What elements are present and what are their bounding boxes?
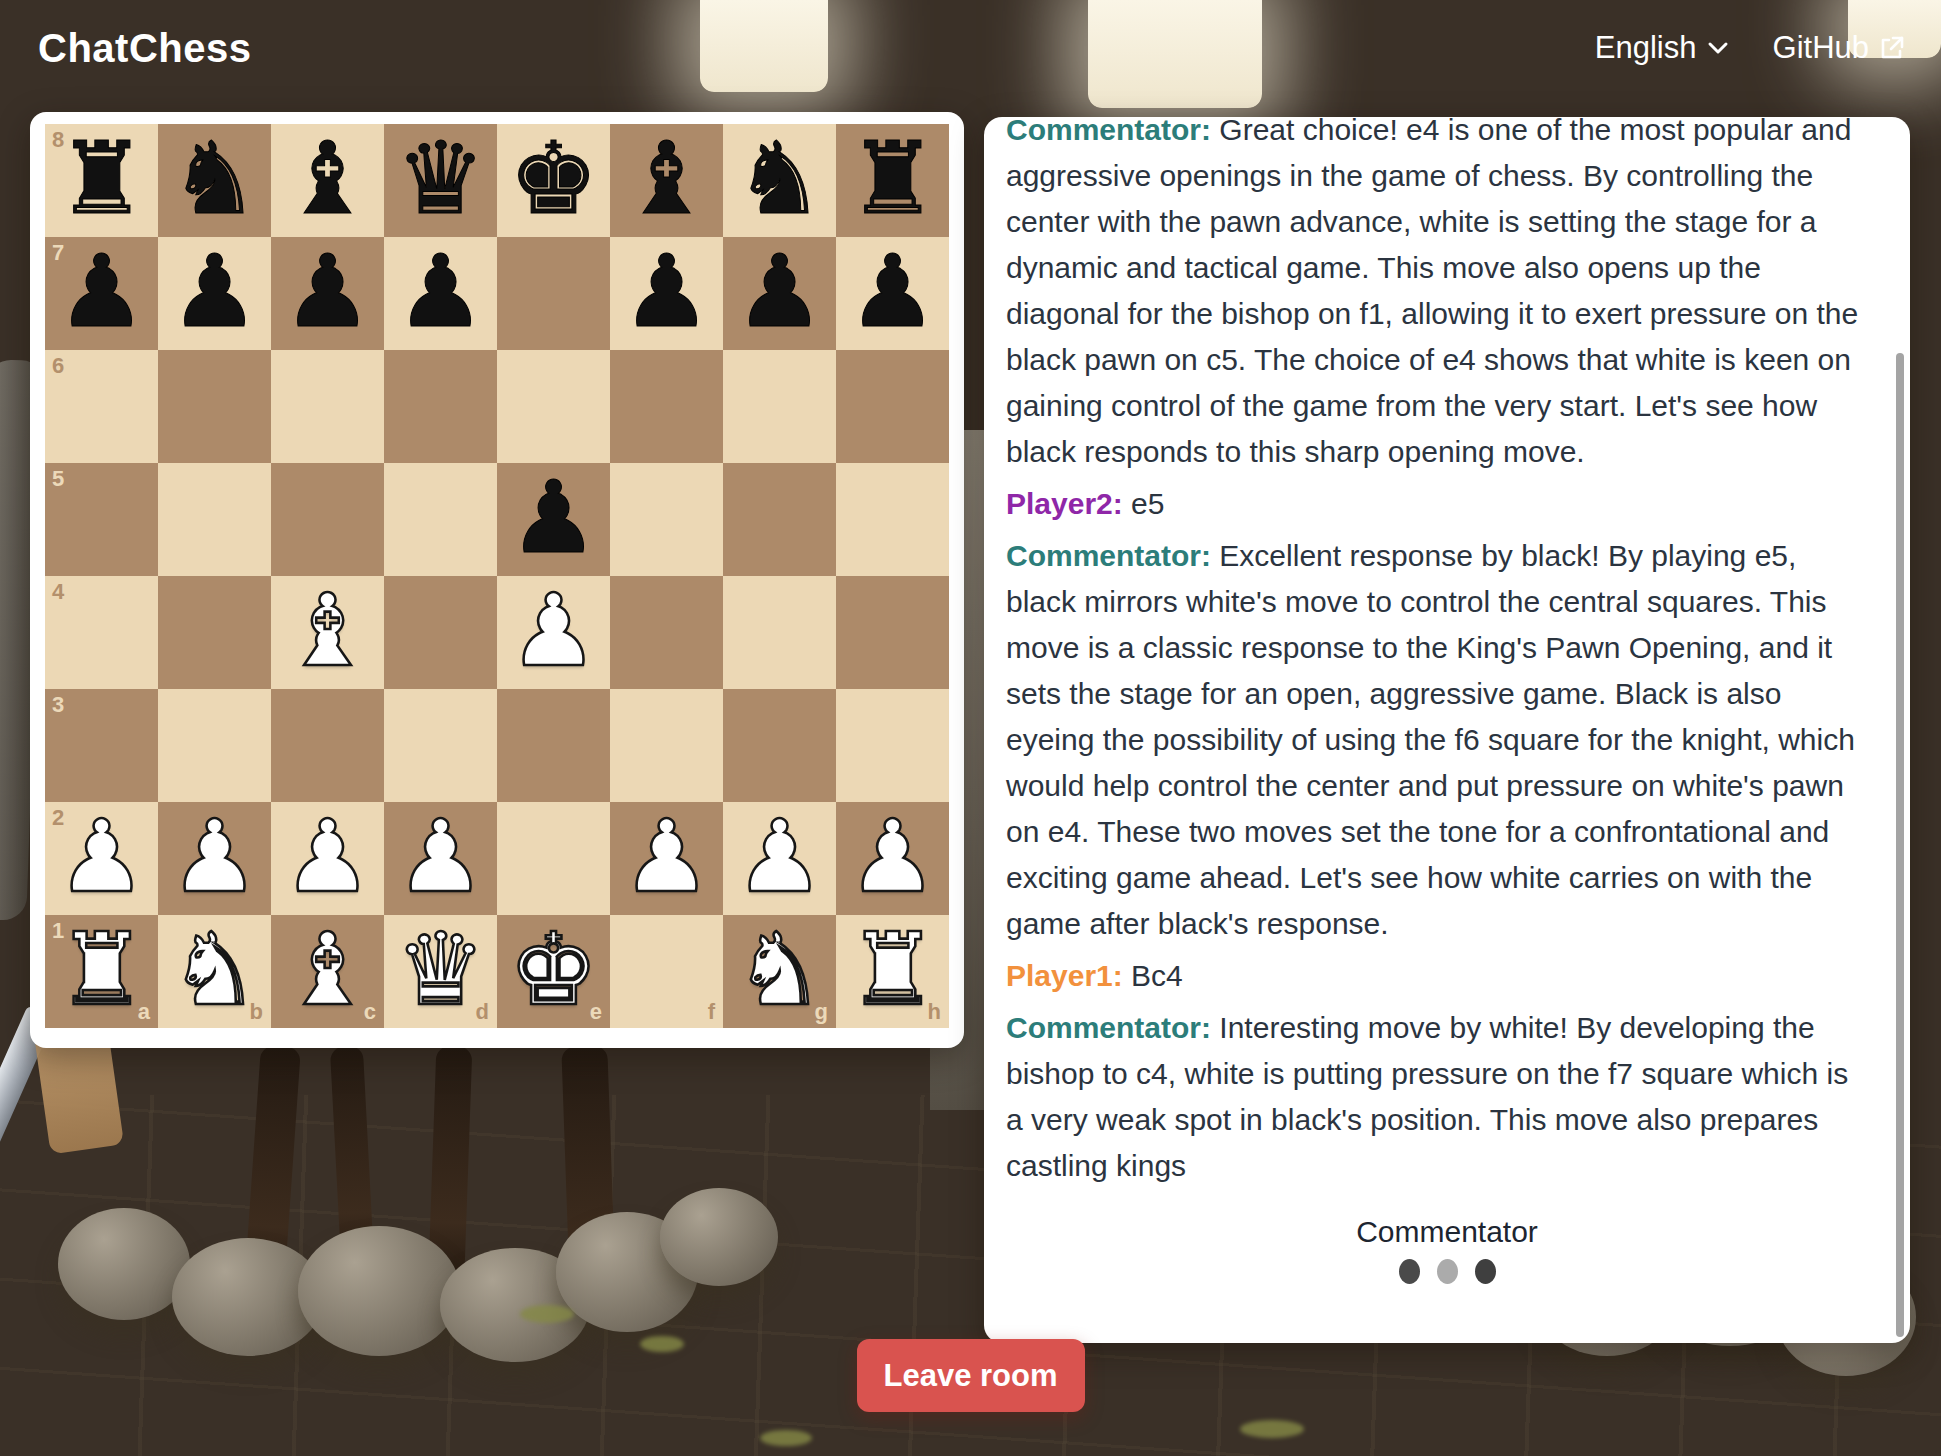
square-g6[interactable] — [723, 350, 836, 463]
square-d6[interactable] — [384, 350, 497, 463]
square-b7[interactable]: ♟ — [158, 237, 271, 350]
square-h3[interactable] — [836, 689, 949, 802]
square-c1[interactable]: c♝ — [271, 915, 384, 1028]
rock — [58, 1208, 190, 1320]
page: ChatChess English GitHub 8♜♞♝♛♚♝♞♜7♟♟♟♟♟… — [0, 0, 1941, 1456]
square-d1[interactable]: d♛ — [384, 915, 497, 1028]
white-pawn: ♟ — [836, 802, 949, 915]
square-a7[interactable]: 7♟ — [45, 237, 158, 350]
black-bishop: ♝ — [271, 124, 384, 237]
square-h5[interactable] — [836, 463, 949, 576]
chevron-down-icon — [1707, 41, 1729, 55]
white-pawn: ♟ — [723, 802, 836, 915]
square-c5[interactable] — [271, 463, 384, 576]
square-f2[interactable]: ♟ — [610, 802, 723, 915]
chat-scrollbar-thumb[interactable] — [1896, 353, 1904, 1337]
black-pawn: ♟ — [497, 463, 610, 576]
chat-sender-label: Commentator: — [1006, 539, 1211, 572]
black-king: ♚ — [497, 124, 610, 237]
square-b4[interactable] — [158, 576, 271, 689]
github-link[interactable]: GitHub — [1773, 30, 1905, 66]
chat-panel: Commentator: Great choice! e4 is one of … — [984, 117, 1910, 1343]
square-h6[interactable] — [836, 350, 949, 463]
square-d4[interactable] — [384, 576, 497, 689]
square-e8[interactable]: ♚ — [497, 124, 610, 237]
square-b6[interactable] — [158, 350, 271, 463]
square-h1[interactable]: h♜ — [836, 915, 949, 1028]
square-c2[interactable]: ♟ — [271, 802, 384, 915]
square-a3[interactable]: 3 — [45, 689, 158, 802]
file-label: e — [590, 1001, 602, 1023]
rank-label: 1 — [52, 920, 64, 942]
square-c4[interactable]: ♝ — [271, 576, 384, 689]
file-label: a — [138, 1001, 150, 1023]
file-label: h — [928, 1001, 941, 1023]
square-g8[interactable]: ♞ — [723, 124, 836, 237]
file-label: d — [476, 1001, 489, 1023]
black-pawn: ♟ — [610, 237, 723, 350]
file-label: f — [708, 1001, 715, 1023]
chess-board: 8♜♞♝♛♚♝♞♜7♟♟♟♟♟♟♟65♟4♝♟32♟♟♟♟♟♟♟1a♜b♞c♝d… — [45, 124, 949, 1028]
black-queen: ♛ — [384, 124, 497, 237]
square-g3[interactable] — [723, 689, 836, 802]
white-bishop: ♝ — [271, 576, 384, 689]
square-b2[interactable]: ♟ — [158, 802, 271, 915]
square-e5[interactable]: ♟ — [497, 463, 610, 576]
square-e4[interactable]: ♟ — [497, 576, 610, 689]
black-pawn: ♟ — [271, 237, 384, 350]
github-label: GitHub — [1773, 30, 1869, 66]
square-b1[interactable]: b♞ — [158, 915, 271, 1028]
leave-room-button[interactable]: Leave room — [857, 1339, 1085, 1412]
square-f8[interactable]: ♝ — [610, 124, 723, 237]
moss-patch — [520, 1305, 574, 1323]
rank-label: 3 — [52, 694, 64, 716]
square-f4[interactable] — [610, 576, 723, 689]
square-b3[interactable] — [158, 689, 271, 802]
square-c7[interactable]: ♟ — [271, 237, 384, 350]
chat-message: Commentator: Great choice! e4 is one of … — [1006, 117, 1866, 475]
header-links: English GitHub — [1595, 30, 1905, 66]
square-g5[interactable] — [723, 463, 836, 576]
chat-message: Player1: Bc4 — [1006, 953, 1866, 999]
language-selector[interactable]: English — [1595, 30, 1729, 66]
board-card: 8♜♞♝♛♚♝♞♜7♟♟♟♟♟♟♟65♟4♝♟32♟♟♟♟♟♟♟1a♜b♞c♝d… — [30, 112, 964, 1048]
rank-label: 5 — [52, 468, 64, 490]
file-label: c — [364, 1001, 376, 1023]
black-knight: ♞ — [723, 124, 836, 237]
rank-label: 8 — [52, 129, 64, 151]
square-g7[interactable]: ♟ — [723, 237, 836, 350]
black-pawn: ♟ — [836, 237, 949, 350]
white-pawn: ♟ — [497, 576, 610, 689]
square-c8[interactable]: ♝ — [271, 124, 384, 237]
moss-patch — [760, 1430, 812, 1446]
square-g2[interactable]: ♟ — [723, 802, 836, 915]
square-b8[interactable]: ♞ — [158, 124, 271, 237]
typing-dots — [984, 1259, 1910, 1284]
rock — [298, 1226, 460, 1356]
square-g4[interactable] — [723, 576, 836, 689]
square-e2[interactable] — [497, 802, 610, 915]
file-label: g — [815, 1001, 828, 1023]
chat-message: Commentator: Interesting move by white! … — [1006, 1005, 1866, 1189]
external-link-icon — [1879, 35, 1905, 61]
rank-label: 6 — [52, 355, 64, 377]
square-e6[interactable] — [497, 350, 610, 463]
square-d8[interactable]: ♛ — [384, 124, 497, 237]
square-h2[interactable]: ♟ — [836, 802, 949, 915]
app-title: ChatChess — [38, 26, 251, 71]
black-pawn: ♟ — [384, 237, 497, 350]
square-d2[interactable]: ♟ — [384, 802, 497, 915]
typing-dot — [1475, 1259, 1496, 1284]
file-label: b — [250, 1001, 263, 1023]
moss-patch — [1240, 1420, 1304, 1438]
header: ChatChess English GitHub — [0, 0, 1941, 86]
square-f5[interactable] — [610, 463, 723, 576]
square-g1[interactable]: g♞ — [723, 915, 836, 1028]
typing-dot — [1437, 1259, 1458, 1284]
square-d7[interactable]: ♟ — [384, 237, 497, 350]
rock — [660, 1188, 778, 1286]
rank-label: 7 — [52, 242, 64, 264]
language-label: English — [1595, 30, 1697, 66]
square-f1[interactable]: f — [610, 915, 723, 1028]
chat-message: Player2: e5 — [1006, 481, 1866, 527]
square-f3[interactable] — [610, 689, 723, 802]
square-f7[interactable]: ♟ — [610, 237, 723, 350]
white-pawn: ♟ — [158, 802, 271, 915]
white-pawn: ♟ — [271, 802, 384, 915]
black-pawn: ♟ — [723, 237, 836, 350]
typing-indicator: Commentator — [984, 1215, 1910, 1284]
chat-messages: Commentator: Great choice! e4 is one of … — [984, 117, 1910, 1189]
black-knight: ♞ — [158, 124, 271, 237]
square-a2[interactable]: 2♟ — [45, 802, 158, 915]
black-bishop: ♝ — [610, 124, 723, 237]
chat-message: Commentator: Excellent response by black… — [1006, 533, 1866, 947]
square-c6[interactable] — [271, 350, 384, 463]
chat-sender-label: Commentator: — [1006, 117, 1211, 146]
square-d3[interactable] — [384, 689, 497, 802]
white-pawn: ♟ — [384, 802, 497, 915]
typing-sender-label: Commentator — [984, 1215, 1910, 1249]
square-b5[interactable] — [158, 463, 271, 576]
square-a4[interactable]: 4 — [45, 576, 158, 689]
square-e1[interactable]: e♚ — [497, 915, 610, 1028]
chat-sender-label: Commentator: — [1006, 1011, 1211, 1044]
square-a8[interactable]: 8♜ — [45, 124, 158, 237]
square-a6[interactable]: 6 — [45, 350, 158, 463]
square-f6[interactable] — [610, 350, 723, 463]
white-pawn: ♟ — [610, 802, 723, 915]
chat-sender-label: Player2: — [1006, 487, 1123, 520]
square-h8[interactable]: ♜ — [836, 124, 949, 237]
square-e3[interactable] — [497, 689, 610, 802]
square-c3[interactable] — [271, 689, 384, 802]
square-d5[interactable] — [384, 463, 497, 576]
chat-sender-label: Player1: — [1006, 959, 1123, 992]
black-rook: ♜ — [836, 124, 949, 237]
black-pawn: ♟ — [158, 237, 271, 350]
rank-label: 2 — [52, 807, 64, 829]
square-a1[interactable]: 1a♜ — [45, 915, 158, 1028]
square-h7[interactable]: ♟ — [836, 237, 949, 350]
rank-label: 4 — [52, 581, 64, 603]
typing-dot — [1399, 1259, 1420, 1284]
square-a5[interactable]: 5 — [45, 463, 158, 576]
moss-patch — [640, 1336, 684, 1352]
square-e7[interactable] — [497, 237, 610, 350]
square-h4[interactable] — [836, 576, 949, 689]
